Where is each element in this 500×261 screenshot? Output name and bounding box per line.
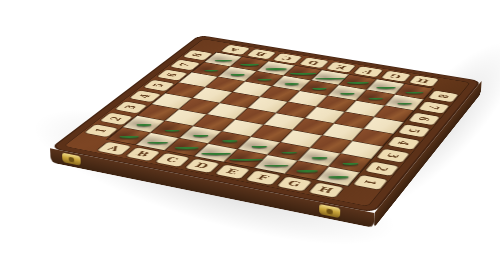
- photo-stage: AABBCCDDEEFFGGHH1122334455667788♜♞♝♛♚♝♞♜…: [0, 0, 500, 261]
- brass-clasp-left[interactable]: [62, 152, 81, 165]
- perspective-scene: AABBCCDDEEFFGGHH1122334455667788♜♞♝♛♚♝♞♜…: [0, 0, 500, 261]
- board: AABBCCDDEEFFGGHH1122334455667788♜♞♝♛♚♝♞♜…: [50, 35, 482, 213]
- brass-clasp-right[interactable]: [319, 203, 340, 217]
- chess-rook-icon: ♜: [306, 139, 371, 176]
